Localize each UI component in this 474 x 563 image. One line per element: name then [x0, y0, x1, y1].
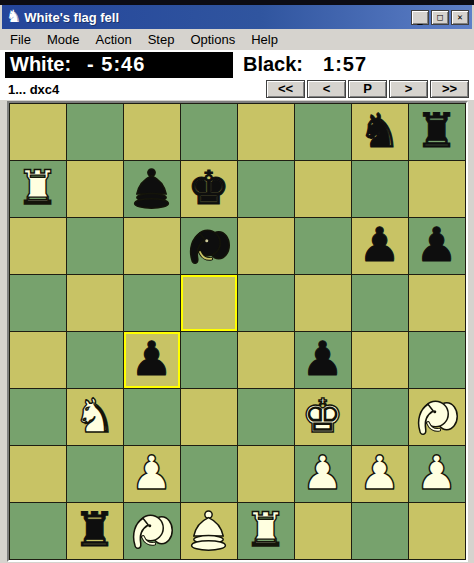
- nav-begin-button[interactable]: <<: [266, 80, 305, 98]
- square-c3[interactable]: [124, 389, 180, 445]
- menu-step[interactable]: Step: [140, 30, 183, 49]
- black-clock-time: 1:57: [323, 53, 367, 76]
- square-d2[interactable]: [181, 446, 237, 502]
- minimize-icon: _: [417, 16, 422, 25]
- square-a5[interactable]: [10, 275, 66, 331]
- square-b3[interactable]: ♞: [67, 389, 123, 445]
- square-g2[interactable]: ♟: [352, 446, 408, 502]
- menu-bar: File Mode Action Step Options Help: [0, 29, 474, 50]
- maximize-button[interactable]: □: [431, 10, 449, 25]
- window-title: White's flag fell: [24, 10, 409, 25]
- square-c5[interactable]: [124, 275, 180, 331]
- square-e3[interactable]: [238, 389, 294, 445]
- square-c6[interactable]: [124, 218, 180, 274]
- piece-black-pawn: ♟: [415, 221, 457, 268]
- square-b4[interactable]: [67, 332, 123, 388]
- black-clock[interactable]: Black: 1:57: [243, 53, 367, 76]
- square-c1[interactable]: [124, 503, 180, 559]
- square-h6[interactable]: ♟: [409, 218, 465, 274]
- white-clock[interactable]: White: - 5:46: [5, 52, 233, 78]
- square-f1[interactable]: [295, 503, 351, 559]
- move-row: 1... dxc4 << < P > >>: [0, 78, 474, 100]
- square-f3[interactable]: ♚: [295, 389, 351, 445]
- square-g8[interactable]: ♞: [352, 104, 408, 160]
- board-frame: ♞♜♜♚♟♟♟♟♞♚♟♟♟♟♜♜: [7, 101, 468, 562]
- piece-black-rook: ♜: [73, 506, 115, 553]
- square-f4[interactable]: ♟: [295, 332, 351, 388]
- square-a2[interactable]: [10, 446, 66, 502]
- minimize-button[interactable]: _: [411, 10, 429, 25]
- square-a3[interactable]: [10, 389, 66, 445]
- piece-white-elephant: [413, 393, 461, 441]
- square-e8[interactable]: [238, 104, 294, 160]
- square-a8[interactable]: [10, 104, 66, 160]
- piece-white-knight: ♞: [73, 392, 115, 439]
- square-h5[interactable]: [409, 275, 465, 331]
- square-c8[interactable]: [124, 104, 180, 160]
- piece-white-king: ♚: [301, 392, 343, 439]
- square-e7[interactable]: [238, 161, 294, 217]
- square-b2[interactable]: [67, 446, 123, 502]
- square-e1[interactable]: ♜: [238, 503, 294, 559]
- nav-forward-button[interactable]: >: [389, 80, 428, 98]
- last-move-text: 1... dxc4: [8, 82, 59, 97]
- menu-file[interactable]: File: [2, 30, 39, 49]
- square-h7[interactable]: [409, 161, 465, 217]
- square-h2[interactable]: ♟: [409, 446, 465, 502]
- square-d5[interactable]: [181, 275, 237, 331]
- square-e5[interactable]: [238, 275, 294, 331]
- title-bar[interactable]: ♞ White's flag fell _ □ ✕: [2, 5, 472, 29]
- black-clock-label: Black:: [243, 53, 303, 76]
- square-h4[interactable]: [409, 332, 465, 388]
- square-b5[interactable]: [67, 275, 123, 331]
- clock-row: White: - 5:46 Black: 1:57: [0, 50, 474, 78]
- square-d6[interactable]: [181, 218, 237, 274]
- nav-end-button[interactable]: >>: [430, 80, 469, 98]
- menu-action[interactable]: Action: [87, 30, 139, 49]
- piece-white-pawn: ♟: [130, 449, 172, 496]
- square-f2[interactable]: ♟: [295, 446, 351, 502]
- square-f7[interactable]: [295, 161, 351, 217]
- square-h1[interactable]: [409, 503, 465, 559]
- square-e2[interactable]: [238, 446, 294, 502]
- nav-pause-button[interactable]: P: [348, 80, 387, 98]
- app-knight-icon: ♞: [6, 8, 21, 25]
- piece-white-ferz: [185, 508, 232, 555]
- square-a4[interactable]: [10, 332, 66, 388]
- piece-black-ferz: [128, 166, 175, 213]
- square-c2[interactable]: ♟: [124, 446, 180, 502]
- square-h8[interactable]: ♜: [409, 104, 465, 160]
- chess-board: ♞♜♜♚♟♟♟♟♞♚♟♟♟♟♜♜: [9, 103, 466, 560]
- nav-back-button[interactable]: <: [307, 80, 346, 98]
- piece-black-knight: ♞: [358, 107, 400, 154]
- square-g7[interactable]: [352, 161, 408, 217]
- square-b8[interactable]: [67, 104, 123, 160]
- piece-black-rook: ♜: [415, 107, 457, 154]
- piece-white-rook: ♜: [244, 506, 286, 553]
- piece-white-pawn: ♟: [415, 449, 457, 496]
- square-d3[interactable]: [181, 389, 237, 445]
- square-d8[interactable]: [181, 104, 237, 160]
- menu-mode[interactable]: Mode: [39, 30, 88, 49]
- square-f8[interactable]: [295, 104, 351, 160]
- close-icon: ✕: [457, 13, 462, 22]
- menu-options[interactable]: Options: [182, 30, 243, 49]
- piece-black-pawn: ♟: [130, 335, 172, 382]
- square-c4[interactable]: ♟: [124, 332, 180, 388]
- piece-white-pawn: ♟: [301, 449, 343, 496]
- piece-black-pawn: ♟: [301, 335, 343, 382]
- piece-white-pawn: ♟: [358, 449, 400, 496]
- square-h3[interactable]: [409, 389, 465, 445]
- menu-help[interactable]: Help: [243, 30, 286, 49]
- white-clock-time: - 5:46: [87, 53, 145, 76]
- piece-white-rook: ♜: [16, 164, 58, 211]
- square-c7[interactable]: [124, 161, 180, 217]
- square-b6[interactable]: [67, 218, 123, 274]
- square-g5[interactable]: [352, 275, 408, 331]
- square-e4[interactable]: [238, 332, 294, 388]
- square-e6[interactable]: [238, 218, 294, 274]
- square-g1[interactable]: [352, 503, 408, 559]
- square-g4[interactable]: [352, 332, 408, 388]
- piece-black-pawn: ♟: [358, 221, 400, 268]
- square-f6[interactable]: [295, 218, 351, 274]
- square-a1[interactable]: [10, 503, 66, 559]
- maximize-icon: □: [437, 13, 442, 22]
- square-d4[interactable]: [181, 332, 237, 388]
- square-a7[interactable]: ♜: [10, 161, 66, 217]
- square-f5[interactable]: [295, 275, 351, 331]
- square-b7[interactable]: [67, 161, 123, 217]
- close-button[interactable]: ✕: [451, 10, 469, 25]
- square-g6[interactable]: ♟: [352, 218, 408, 274]
- square-d7[interactable]: ♚: [181, 161, 237, 217]
- square-b1[interactable]: ♜: [67, 503, 123, 559]
- square-d1[interactable]: [181, 503, 237, 559]
- square-a6[interactable]: [10, 218, 66, 274]
- piece-black-king: ♚: [187, 164, 229, 211]
- piece-white-elephant: [128, 507, 176, 555]
- piece-black-elephant: [185, 222, 233, 270]
- winboard-window: ♞ White's flag fell _ □ ✕ File Mode Acti…: [0, 0, 474, 563]
- square-g3[interactable]: [352, 389, 408, 445]
- white-clock-label: White:: [10, 53, 71, 76]
